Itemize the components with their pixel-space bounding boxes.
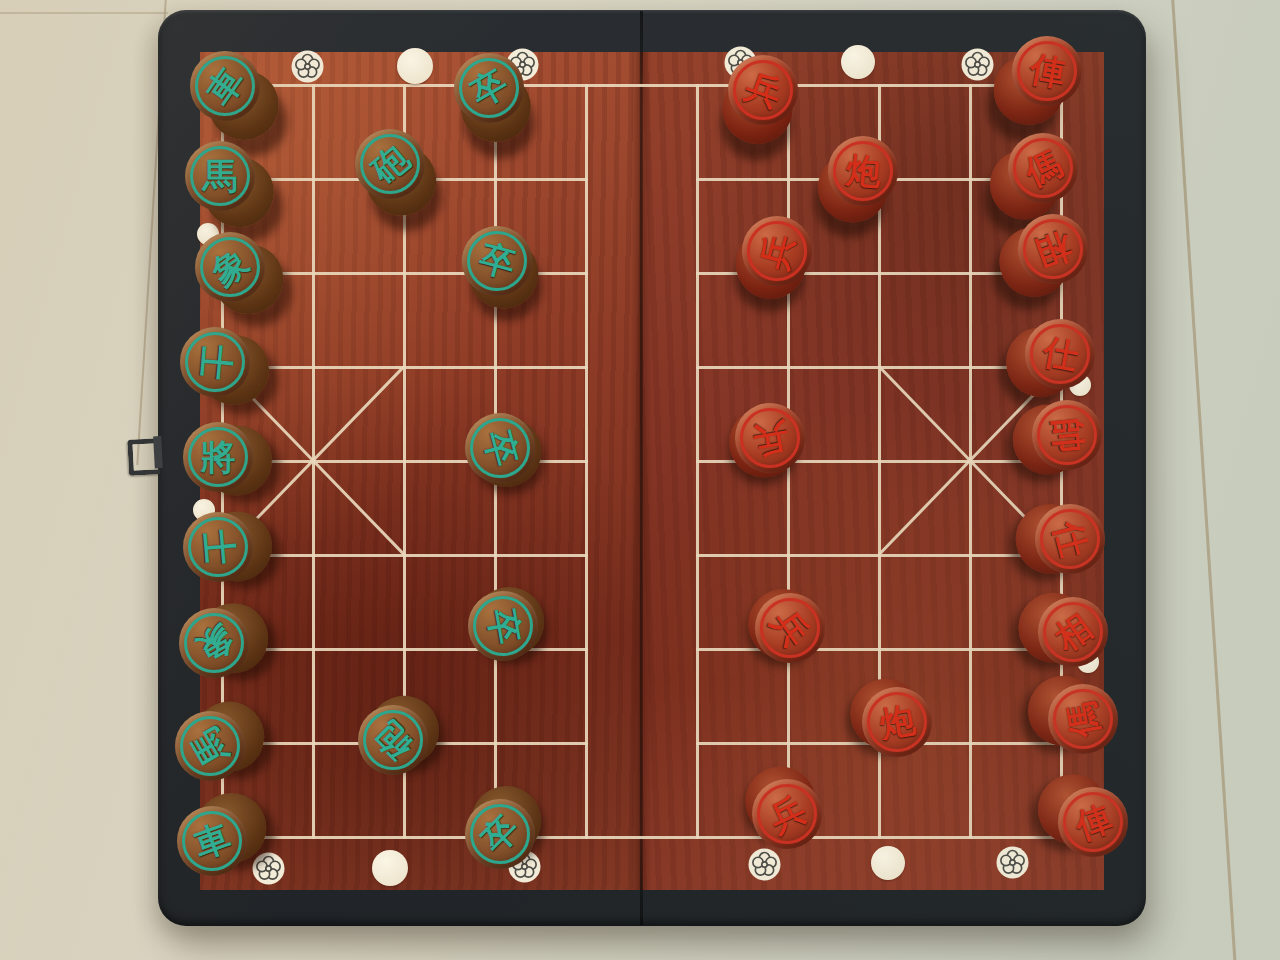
piece-green-cannon[interactable]: 砲: [358, 705, 428, 775]
piece-face: 傌: [1008, 133, 1078, 203]
piece-character: 將: [201, 440, 236, 475]
piece-character: 炮: [877, 702, 918, 743]
piece-ring: 相: [1043, 602, 1103, 662]
piece-character: 帥: [1048, 416, 1086, 454]
piece-face: 卒: [454, 53, 524, 123]
piece-character: 卒: [465, 64, 513, 112]
piece-ring: 車: [195, 56, 255, 116]
piece-character: 象: [190, 619, 238, 667]
piece-ring: 卒: [470, 804, 530, 864]
piece-red-horse[interactable]: 傌: [1048, 684, 1118, 754]
piece-red-chariot[interactable]: 俥: [1012, 36, 1082, 106]
piece-face: 車: [177, 806, 247, 876]
piece-character: 俥: [1071, 800, 1116, 845]
piece-red-horse[interactable]: 傌: [1008, 133, 1078, 203]
white-dot-mark: [397, 48, 433, 84]
piece-ring: 兵: [757, 784, 817, 844]
piece-face: 砲: [355, 129, 425, 199]
piece-green-elephant[interactable]: 象: [195, 232, 265, 302]
piece-face: 炮: [828, 136, 898, 206]
piece-face: 俥: [1058, 787, 1128, 857]
piece-red-chariot[interactable]: 俥: [1058, 787, 1128, 857]
piece-character: 車: [190, 819, 235, 864]
piece-character: 士: [199, 528, 237, 566]
piece-face: 卒: [462, 226, 532, 296]
piece-green-cannon[interactable]: 砲: [355, 129, 425, 199]
piece-ring: 兵: [740, 408, 800, 468]
piece-character: 仕: [1040, 334, 1081, 375]
piece-character: 兵: [741, 68, 786, 113]
white-dot-mark: [372, 850, 408, 886]
piece-character: 馬: [186, 722, 234, 770]
piece-face: 兵: [735, 403, 805, 473]
grid-line: [221, 836, 1063, 839]
piece-green-soldier[interactable]: 卒: [468, 591, 538, 661]
piece-character: 仕: [1049, 518, 1092, 561]
piece-face: 炮: [862, 687, 932, 757]
piece-red-soldier[interactable]: 兵: [755, 593, 825, 663]
piece-red-elephant[interactable]: 相: [1018, 214, 1088, 284]
piece-ring: 士: [185, 332, 245, 392]
piece-ring: 兵: [733, 60, 793, 120]
piece-red-soldier[interactable]: 兵: [735, 403, 805, 473]
piece-face: 車: [190, 51, 260, 121]
plum-flower-mark: [252, 852, 285, 885]
piece-ring: 相: [1023, 219, 1083, 279]
piece-face: 士: [183, 512, 253, 582]
plum-flower-mark: [748, 848, 781, 881]
piece-red-elephant[interactable]: 相: [1038, 597, 1108, 667]
piece-ring: 士: [188, 517, 248, 577]
piece-character: 砲: [368, 715, 417, 764]
piece-red-soldier[interactable]: 兵: [728, 55, 798, 125]
plum-flower-mark: [961, 48, 994, 81]
piece-character: 卒: [483, 606, 524, 647]
grid-line: [221, 554, 588, 557]
grid-line: [696, 648, 1063, 651]
piece-ring: 象: [200, 237, 260, 297]
white-dot-mark: [841, 45, 875, 79]
piece-face: 砲: [358, 705, 428, 775]
latch-pin: [153, 436, 163, 468]
piece-character: 砲: [365, 139, 414, 188]
piece-green-horse[interactable]: 馬: [185, 141, 255, 211]
piece-ring: 砲: [363, 710, 423, 770]
piece-red-soldier[interactable]: 兵: [742, 216, 812, 286]
grid-line: [221, 84, 1063, 87]
piece-face: 象: [195, 232, 265, 302]
piece-ring: 傌: [1053, 689, 1113, 749]
piece-face: 相: [1018, 214, 1088, 284]
piece-character: 卒: [479, 427, 522, 470]
piece-character: 炮: [844, 152, 882, 190]
piece-ring: 兵: [760, 598, 820, 658]
piece-green-chariot[interactable]: 車: [190, 51, 260, 121]
piece-green-soldier[interactable]: 卒: [465, 799, 535, 869]
piece-character: 卒: [475, 809, 524, 858]
hinge-seam: [640, 11, 643, 925]
piece-ring: 傌: [1013, 138, 1073, 198]
piece-ring: 仕: [1040, 509, 1100, 569]
piece-ring: 卒: [467, 231, 527, 291]
piece-ring: 卒: [470, 418, 530, 478]
metal-latch: [125, 436, 163, 470]
piece-green-soldier[interactable]: 卒: [462, 226, 532, 296]
piece-red-soldier[interactable]: 兵: [752, 779, 822, 849]
plum-flower-mark: [291, 50, 324, 83]
piece-ring: 砲: [360, 134, 420, 194]
piece-face: 兵: [752, 779, 822, 849]
piece-character: 車: [201, 62, 250, 111]
piece-red-advisor[interactable]: 仕: [1025, 319, 1095, 389]
piece-face: 兵: [755, 593, 825, 663]
piece-green-general[interactable]: 將: [183, 422, 253, 492]
piece-character: 兵: [766, 604, 815, 653]
piece-face: 卒: [465, 413, 535, 483]
piece-red-general[interactable]: 帥: [1032, 400, 1102, 470]
piece-green-soldier[interactable]: 卒: [465, 413, 535, 483]
piece-face: 仕: [1035, 504, 1105, 574]
piece-ring: 俥: [1063, 792, 1123, 852]
piece-ring: 仕: [1030, 324, 1090, 384]
piece-ring: 俥: [1017, 41, 1077, 101]
piece-face: 兵: [728, 55, 798, 125]
photo-scene: 車 馬 象 士 將 士: [0, 0, 1280, 960]
piece-face: 士: [180, 327, 250, 397]
piece-face: 將: [183, 422, 253, 492]
piece-character: 士: [196, 343, 234, 381]
piece-green-advisor[interactable]: 士: [183, 512, 253, 582]
piece-face: 兵: [742, 216, 812, 286]
piece-character: 兵: [764, 791, 811, 838]
piece-ring: 象: [184, 613, 244, 673]
piece-character: 象: [206, 243, 255, 292]
piece-red-cannon[interactable]: 炮: [828, 136, 898, 206]
piece-green-elephant[interactable]: 象: [179, 608, 249, 678]
piece-face: 馬: [175, 711, 245, 781]
piece-ring: 帥: [1037, 405, 1097, 465]
piece-ring: 炮: [833, 141, 893, 201]
piece-green-soldier[interactable]: 卒: [454, 53, 524, 123]
piece-face: 俥: [1012, 36, 1082, 106]
piece-green-horse[interactable]: 馬: [175, 711, 245, 781]
plum-flower-mark: [996, 846, 1029, 879]
piece-green-chariot[interactable]: 車: [177, 806, 247, 876]
piece-green-advisor[interactable]: 士: [180, 327, 250, 397]
piece-character: 兵: [756, 230, 799, 273]
piece-ring: 卒: [473, 596, 533, 656]
piece-face: 傌: [1048, 684, 1118, 754]
piece-ring: 兵: [747, 221, 807, 281]
piece-face: 仕: [1025, 319, 1095, 389]
piece-face: 象: [179, 608, 249, 678]
piece-ring: 卒: [459, 58, 519, 118]
piece-face: 卒: [468, 591, 538, 661]
piece-character: 相: [1049, 608, 1098, 657]
piece-character: 傌: [1020, 145, 1067, 192]
piece-face: 馬: [185, 141, 255, 211]
piece-character: 馬: [203, 159, 238, 194]
piece-face: 帥: [1032, 400, 1102, 470]
piece-character: 傌: [1063, 699, 1104, 740]
piece-ring: 車: [182, 811, 242, 871]
piece-ring: 馬: [180, 716, 240, 776]
piece-character: 俥: [1027, 51, 1068, 92]
piece-face: 卒: [465, 799, 535, 869]
piece-red-cannon[interactable]: 炮: [862, 687, 932, 757]
piece-ring: 將: [188, 427, 248, 487]
white-dot-mark: [871, 846, 905, 880]
piece-character: 相: [1031, 227, 1076, 272]
piece-ring: 炮: [867, 692, 927, 752]
piece-character: 卒: [476, 240, 519, 283]
piece-red-advisor[interactable]: 仕: [1035, 504, 1105, 574]
piece-face: 相: [1038, 597, 1108, 667]
piece-ring: 馬: [190, 146, 250, 206]
piece-character: 兵: [750, 418, 791, 459]
